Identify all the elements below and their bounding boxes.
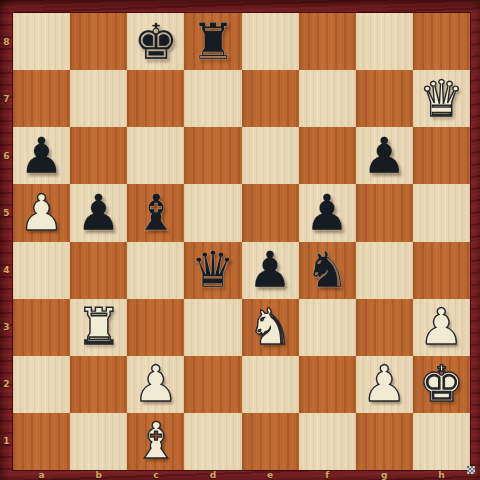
black-pawn-e4[interactable]: ♟: [242, 242, 299, 299]
square-a3[interactable]: [13, 299, 70, 356]
square-g7[interactable]: [356, 70, 413, 127]
black-pawn-b5[interactable]: ♟: [70, 184, 127, 241]
square-e6[interactable]: [242, 127, 299, 184]
square-d1[interactable]: [184, 413, 241, 470]
square-f3[interactable]: [299, 299, 356, 356]
white-king-h2[interactable]: ♚: [413, 356, 470, 413]
square-d7[interactable]: [184, 70, 241, 127]
square-a7[interactable]: [13, 70, 70, 127]
square-h2[interactable]: ♚: [413, 356, 470, 413]
white-pawn-a5[interactable]: ♟: [13, 184, 70, 241]
chess-board: ♚♜♛♟♟♟♟♝♟♛♟♞♜♞♟♟♟♚♝: [13, 13, 470, 470]
rank-label-6: 6: [0, 127, 13, 184]
square-c6[interactable]: [127, 127, 184, 184]
square-d5[interactable]: [184, 184, 241, 241]
black-pawn-f5[interactable]: ♟: [299, 184, 356, 241]
file-label-d: d: [184, 469, 241, 480]
square-g6[interactable]: ♟: [356, 127, 413, 184]
square-b3[interactable]: ♜: [70, 299, 127, 356]
square-h6[interactable]: [413, 127, 470, 184]
file-label-h: h: [413, 469, 470, 480]
square-f4[interactable]: ♞: [299, 242, 356, 299]
black-king-c8[interactable]: ♚: [127, 13, 184, 70]
square-h5[interactable]: [413, 184, 470, 241]
square-f5[interactable]: ♟: [299, 184, 356, 241]
rank-label-8: 8: [0, 13, 13, 70]
chess-board-frame: ♚♜♛♟♟♟♟♝♟♛♟♞♜♞♟♟♟♚♝ 87654321abcdefgh: [0, 0, 480, 480]
rank-label-4: 4: [0, 242, 13, 299]
white-pawn-c2[interactable]: ♟: [127, 356, 184, 413]
white-pawn-h3[interactable]: ♟: [413, 299, 470, 356]
square-g5[interactable]: [356, 184, 413, 241]
file-label-g: g: [356, 469, 413, 480]
square-g3[interactable]: [356, 299, 413, 356]
checkered-logo-icon: [467, 466, 475, 474]
square-g4[interactable]: [356, 242, 413, 299]
square-h8[interactable]: [413, 13, 470, 70]
square-c8[interactable]: ♚: [127, 13, 184, 70]
rank-label-5: 5: [0, 184, 13, 241]
square-a2[interactable]: [13, 356, 70, 413]
white-queen-h7[interactable]: ♛: [413, 70, 470, 127]
square-b5[interactable]: ♟: [70, 184, 127, 241]
square-c3[interactable]: [127, 299, 184, 356]
square-h4[interactable]: [413, 242, 470, 299]
square-a6[interactable]: ♟: [13, 127, 70, 184]
file-label-f: f: [299, 469, 356, 480]
square-d4[interactable]: ♛: [184, 242, 241, 299]
black-knight-f4[interactable]: ♞: [299, 242, 356, 299]
square-c2[interactable]: ♟: [127, 356, 184, 413]
square-d3[interactable]: [184, 299, 241, 356]
square-b8[interactable]: [70, 13, 127, 70]
file-label-e: e: [242, 469, 299, 480]
black-queen-d4[interactable]: ♛: [184, 242, 241, 299]
black-pawn-g6[interactable]: ♟: [356, 127, 413, 184]
square-h7[interactable]: ♛: [413, 70, 470, 127]
square-e2[interactable]: [242, 356, 299, 413]
square-f7[interactable]: [299, 70, 356, 127]
file-label-b: b: [70, 469, 127, 480]
black-bishop-c5[interactable]: ♝: [127, 184, 184, 241]
square-c4[interactable]: [127, 242, 184, 299]
square-d2[interactable]: [184, 356, 241, 413]
square-h3[interactable]: ♟: [413, 299, 470, 356]
square-g1[interactable]: [356, 413, 413, 470]
square-g8[interactable]: [356, 13, 413, 70]
square-f6[interactable]: [299, 127, 356, 184]
square-d8[interactable]: ♜: [184, 13, 241, 70]
square-b1[interactable]: [70, 413, 127, 470]
square-a8[interactable]: [13, 13, 70, 70]
white-pawn-g2[interactable]: ♟: [356, 356, 413, 413]
white-rook-b3[interactable]: ♜: [70, 299, 127, 356]
rank-label-3: 3: [0, 299, 13, 356]
rank-label-2: 2: [0, 356, 13, 413]
square-e1[interactable]: [242, 413, 299, 470]
black-pawn-a6[interactable]: ♟: [13, 127, 70, 184]
square-e4[interactable]: ♟: [242, 242, 299, 299]
square-e3[interactable]: ♞: [242, 299, 299, 356]
square-a4[interactable]: [13, 242, 70, 299]
square-a5[interactable]: ♟: [13, 184, 70, 241]
square-e7[interactable]: [242, 70, 299, 127]
square-d6[interactable]: [184, 127, 241, 184]
square-e8[interactable]: [242, 13, 299, 70]
rank-label-1: 1: [0, 413, 13, 470]
square-c1[interactable]: ♝: [127, 413, 184, 470]
square-a1[interactable]: [13, 413, 70, 470]
square-f1[interactable]: [299, 413, 356, 470]
white-bishop-c1[interactable]: ♝: [127, 413, 184, 470]
file-label-c: c: [127, 469, 184, 480]
square-b4[interactable]: [70, 242, 127, 299]
black-rook-d8[interactable]: ♜: [184, 13, 241, 70]
square-h1[interactable]: [413, 413, 470, 470]
square-e5[interactable]: [242, 184, 299, 241]
square-c5[interactable]: ♝: [127, 184, 184, 241]
square-f8[interactable]: [299, 13, 356, 70]
rank-label-7: 7: [0, 70, 13, 127]
file-label-a: a: [13, 469, 70, 480]
white-knight-e3[interactable]: ♞: [242, 299, 299, 356]
square-b7[interactable]: [70, 70, 127, 127]
square-f2[interactable]: [299, 356, 356, 413]
square-b2[interactable]: [70, 356, 127, 413]
square-c7[interactable]: [127, 70, 184, 127]
square-g2[interactable]: ♟: [356, 356, 413, 413]
square-b6[interactable]: [70, 127, 127, 184]
